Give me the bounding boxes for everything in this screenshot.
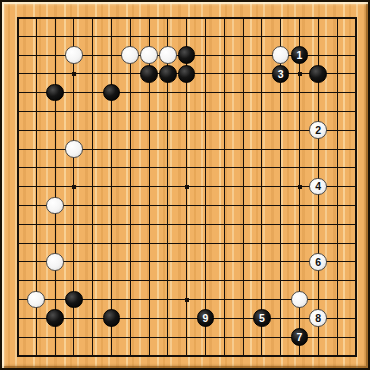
white-stone[interactable] bbox=[272, 46, 290, 64]
black-stone[interactable] bbox=[159, 65, 177, 83]
black-stone[interactable] bbox=[65, 291, 83, 309]
black-stone[interactable] bbox=[140, 65, 158, 83]
white-stone[interactable] bbox=[159, 46, 177, 64]
move-4-white-stone[interactable]: 4 bbox=[309, 178, 327, 196]
black-stone[interactable] bbox=[178, 65, 196, 83]
move-2-white-stone[interactable]: 2 bbox=[309, 121, 327, 139]
white-stone[interactable] bbox=[27, 291, 45, 309]
white-stone[interactable] bbox=[140, 46, 158, 64]
stones-layer: 123456789 bbox=[8, 8, 365, 365]
go-board[interactable]: 123456789 bbox=[0, 0, 370, 370]
black-stone[interactable] bbox=[309, 65, 327, 83]
move-8-white-stone[interactable]: 8 bbox=[309, 309, 327, 327]
move-5-black-stone[interactable]: 5 bbox=[253, 309, 271, 327]
white-stone[interactable] bbox=[65, 46, 83, 64]
black-stone[interactable] bbox=[103, 309, 121, 327]
black-stone[interactable] bbox=[103, 84, 121, 102]
white-stone[interactable] bbox=[46, 253, 64, 271]
white-stone[interactable] bbox=[291, 291, 309, 309]
black-stone[interactable] bbox=[46, 84, 64, 102]
page: 123456789 bbox=[0, 0, 370, 370]
white-stone[interactable] bbox=[65, 140, 83, 158]
move-7-black-stone[interactable]: 7 bbox=[291, 328, 309, 346]
black-stone[interactable] bbox=[178, 46, 196, 64]
white-stone[interactable] bbox=[46, 197, 64, 215]
white-stone[interactable] bbox=[121, 46, 139, 64]
move-9-black-stone[interactable]: 9 bbox=[197, 309, 215, 327]
black-stone[interactable] bbox=[46, 309, 64, 327]
move-1-black-stone[interactable]: 1 bbox=[291, 46, 309, 64]
move-6-white-stone[interactable]: 6 bbox=[309, 253, 327, 271]
move-3-black-stone[interactable]: 3 bbox=[272, 65, 290, 83]
